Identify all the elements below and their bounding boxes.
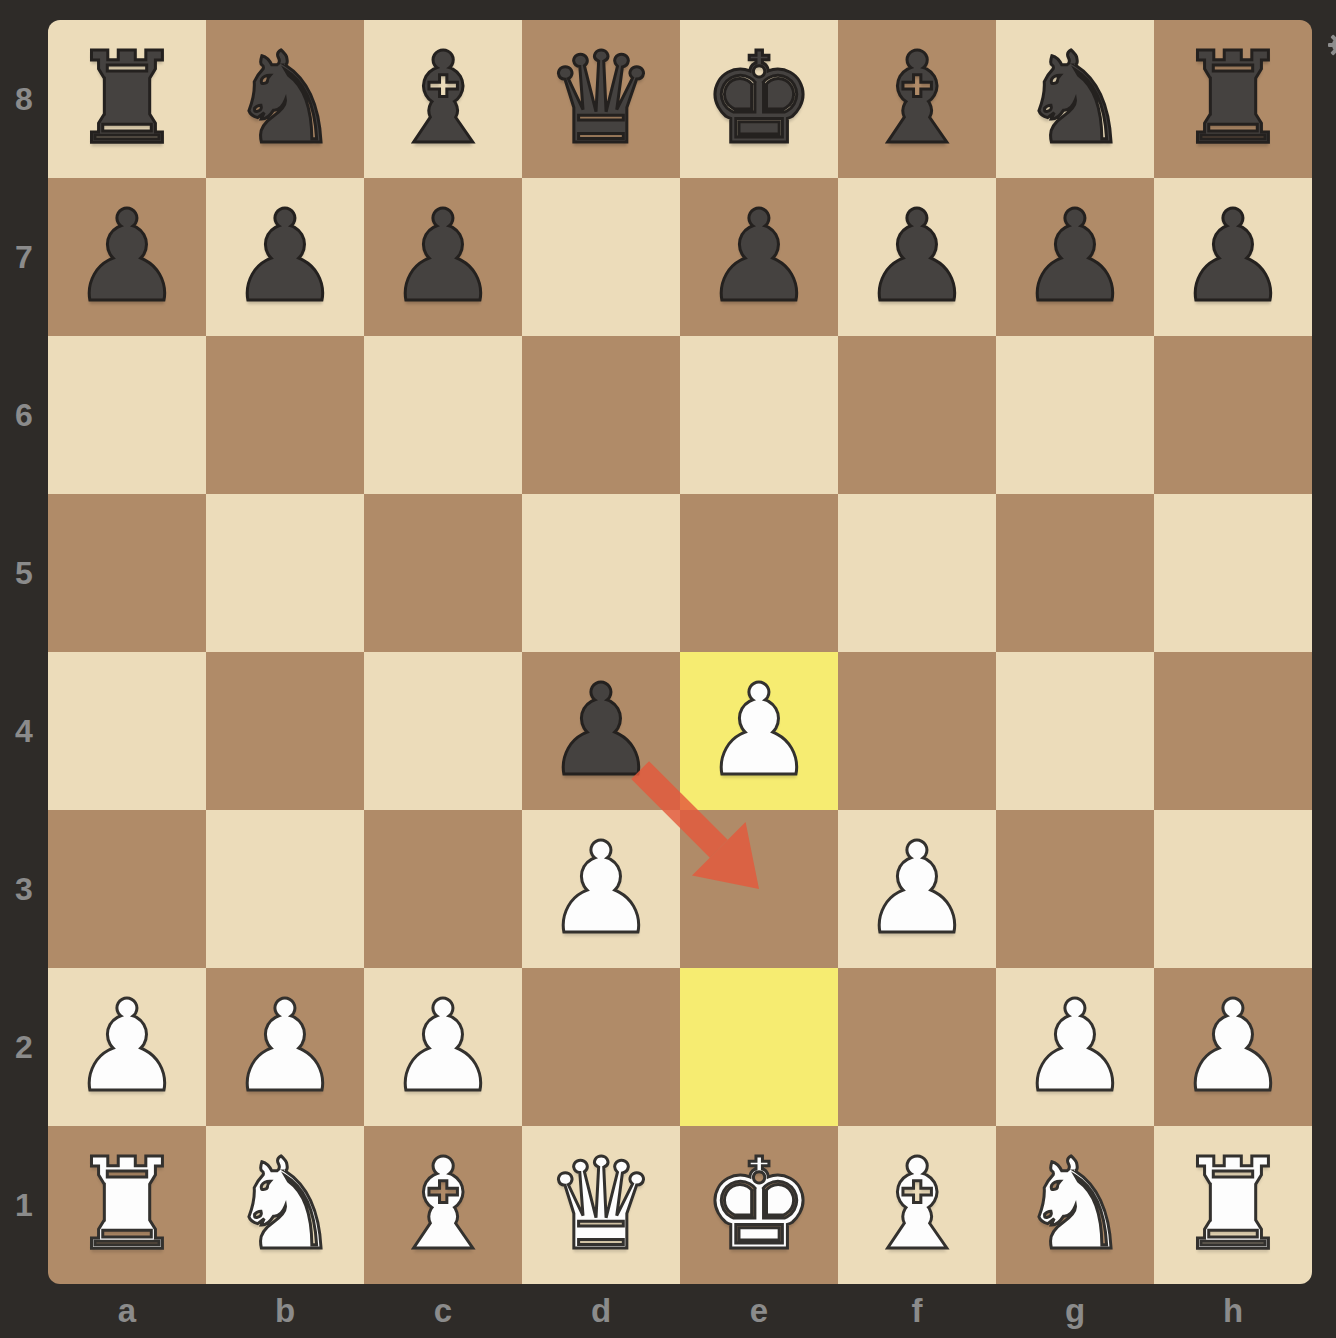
- black-king[interactable]: ♚: [680, 20, 838, 178]
- white-pawn[interactable]: ♟: [680, 652, 838, 810]
- square-d5[interactable]: [522, 494, 680, 652]
- square-a1[interactable]: ♜: [48, 1126, 206, 1284]
- square-c1[interactable]: ♝: [364, 1126, 522, 1284]
- black-pawn[interactable]: ♟: [838, 178, 996, 336]
- square-f5[interactable]: [838, 494, 996, 652]
- file-label-e: e: [680, 1284, 838, 1338]
- file-label-d: d: [522, 1284, 680, 1338]
- rank-label-3: 3: [0, 810, 48, 968]
- square-c2[interactable]: ♟: [364, 968, 522, 1126]
- square-c8[interactable]: ♝: [364, 20, 522, 178]
- file-label-g: g: [996, 1284, 1154, 1338]
- square-g2[interactable]: ♟: [996, 968, 1154, 1126]
- square-e5[interactable]: [680, 494, 838, 652]
- square-g4[interactable]: [996, 652, 1154, 810]
- square-b4[interactable]: [206, 652, 364, 810]
- square-g6[interactable]: [996, 336, 1154, 494]
- square-a5[interactable]: [48, 494, 206, 652]
- square-a6[interactable]: [48, 336, 206, 494]
- square-d3[interactable]: ♟: [522, 810, 680, 968]
- black-rook[interactable]: ♜: [48, 20, 206, 178]
- square-a3[interactable]: [48, 810, 206, 968]
- white-pawn[interactable]: ♟: [996, 968, 1154, 1126]
- square-b8[interactable]: ♞: [206, 20, 364, 178]
- white-knight[interactable]: ♞: [206, 1126, 364, 1284]
- square-b7[interactable]: ♟: [206, 178, 364, 336]
- black-bishop[interactable]: ♝: [838, 20, 996, 178]
- square-c3[interactable]: [364, 810, 522, 968]
- black-pawn[interactable]: ♟: [364, 178, 522, 336]
- square-g5[interactable]: [996, 494, 1154, 652]
- square-f1[interactable]: ♝: [838, 1126, 996, 1284]
- square-a8[interactable]: ♜: [48, 20, 206, 178]
- black-rook[interactable]: ♜: [1154, 20, 1312, 178]
- black-pawn[interactable]: ♟: [48, 178, 206, 336]
- black-pawn[interactable]: ♟: [996, 178, 1154, 336]
- square-f2[interactable]: [838, 968, 996, 1126]
- white-queen[interactable]: ♛: [522, 1126, 680, 1284]
- black-bishop[interactable]: ♝: [364, 20, 522, 178]
- square-h1[interactable]: ♜: [1154, 1126, 1312, 1284]
- square-f6[interactable]: [838, 336, 996, 494]
- rank-label-1: 1: [0, 1126, 48, 1284]
- file-label-h: h: [1154, 1284, 1312, 1338]
- square-h8[interactable]: ♜: [1154, 20, 1312, 178]
- rank-labels: 87654321: [0, 20, 48, 1284]
- white-rook[interactable]: ♜: [48, 1126, 206, 1284]
- square-f8[interactable]: ♝: [838, 20, 996, 178]
- square-h3[interactable]: [1154, 810, 1312, 968]
- file-label-c: c: [364, 1284, 522, 1338]
- black-pawn[interactable]: ♟: [1154, 178, 1312, 336]
- square-e3[interactable]: [680, 810, 838, 968]
- black-knight[interactable]: ♞: [996, 20, 1154, 178]
- white-rook[interactable]: ♜: [1154, 1126, 1312, 1284]
- square-c6[interactable]: [364, 336, 522, 494]
- square-f7[interactable]: ♟: [838, 178, 996, 336]
- white-pawn[interactable]: ♟: [838, 810, 996, 968]
- square-e1[interactable]: ♚: [680, 1126, 838, 1284]
- square-d8[interactable]: ♛: [522, 20, 680, 178]
- file-labels: abcdefgh: [48, 1284, 1312, 1338]
- white-knight[interactable]: ♞: [996, 1126, 1154, 1284]
- chess-board[interactable]: ♜♞♝♛♚♝♞♜♟♟♟♟♟♟♟♟♟♟♟♟♟♟♟♟♜♞♝♛♚♝♞♜: [48, 20, 1312, 1284]
- black-pawn[interactable]: ♟: [522, 652, 680, 810]
- white-bishop[interactable]: ♝: [838, 1126, 996, 1284]
- file-label-f: f: [838, 1284, 996, 1338]
- square-f3[interactable]: ♟: [838, 810, 996, 968]
- square-h5[interactable]: [1154, 494, 1312, 652]
- file-label-b: b: [206, 1284, 364, 1338]
- white-king[interactable]: ♚: [680, 1126, 838, 1284]
- square-e8[interactable]: ♚: [680, 20, 838, 178]
- square-g3[interactable]: [996, 810, 1154, 968]
- black-pawn[interactable]: ♟: [680, 178, 838, 336]
- square-h4[interactable]: [1154, 652, 1312, 810]
- square-a4[interactable]: [48, 652, 206, 810]
- square-b5[interactable]: [206, 494, 364, 652]
- gear-icon[interactable]: [1326, 30, 1336, 60]
- rank-label-2: 2: [0, 968, 48, 1126]
- square-g1[interactable]: ♞: [996, 1126, 1154, 1284]
- square-e7[interactable]: ♟: [680, 178, 838, 336]
- square-h7[interactable]: ♟: [1154, 178, 1312, 336]
- white-pawn[interactable]: ♟: [206, 968, 364, 1126]
- black-knight[interactable]: ♞: [206, 20, 364, 178]
- square-d2[interactable]: [522, 968, 680, 1126]
- white-pawn[interactable]: ♟: [48, 968, 206, 1126]
- square-d1[interactable]: ♛: [522, 1126, 680, 1284]
- square-b2[interactable]: ♟: [206, 968, 364, 1126]
- black-pawn[interactable]: ♟: [206, 178, 364, 336]
- square-c5[interactable]: [364, 494, 522, 652]
- square-b3[interactable]: [206, 810, 364, 968]
- square-e6[interactable]: [680, 336, 838, 494]
- rank-label-6: 6: [0, 336, 48, 494]
- rank-label-7: 7: [0, 178, 48, 336]
- square-a7[interactable]: ♟: [48, 178, 206, 336]
- square-c4[interactable]: [364, 652, 522, 810]
- square-f4[interactable]: [838, 652, 996, 810]
- white-pawn[interactable]: ♟: [364, 968, 522, 1126]
- black-queen[interactable]: ♛: [522, 20, 680, 178]
- square-g7[interactable]: ♟: [996, 178, 1154, 336]
- rank-label-4: 4: [0, 652, 48, 810]
- square-d6[interactable]: [522, 336, 680, 494]
- square-b6[interactable]: [206, 336, 364, 494]
- square-a2[interactable]: ♟: [48, 968, 206, 1126]
- file-label-a: a: [48, 1284, 206, 1338]
- square-c7[interactable]: ♟: [364, 178, 522, 336]
- square-d7[interactable]: [522, 178, 680, 336]
- white-pawn[interactable]: ♟: [1154, 968, 1312, 1126]
- square-h6[interactable]: [1154, 336, 1312, 494]
- square-e2[interactable]: [680, 968, 838, 1126]
- rank-label-8: 8: [0, 20, 48, 178]
- white-pawn[interactable]: ♟: [522, 810, 680, 968]
- square-g8[interactable]: ♞: [996, 20, 1154, 178]
- rank-label-5: 5: [0, 494, 48, 652]
- square-h2[interactable]: ♟: [1154, 968, 1312, 1126]
- square-b1[interactable]: ♞: [206, 1126, 364, 1284]
- square-d4[interactable]: ♟: [522, 652, 680, 810]
- white-bishop[interactable]: ♝: [364, 1126, 522, 1284]
- square-e4[interactable]: ♟: [680, 652, 838, 810]
